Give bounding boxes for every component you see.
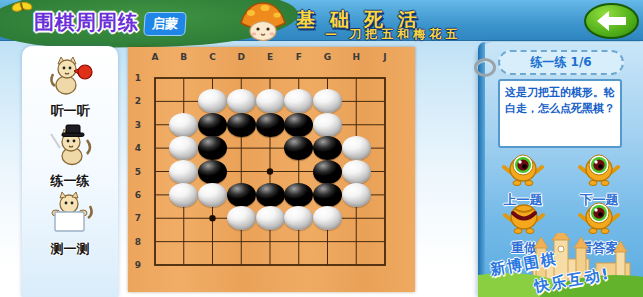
svg-text:9: 9 bbox=[135, 260, 141, 270]
svg-text:4: 4 bbox=[135, 143, 141, 153]
svg-text:J: J bbox=[382, 52, 386, 62]
svg-text:E: E bbox=[267, 52, 273, 62]
black-stone bbox=[198, 136, 227, 160]
svg-text:5: 5 bbox=[135, 167, 141, 177]
sidebar-item-listen[interactable]: 听一听 bbox=[22, 56, 118, 120]
white-stone bbox=[342, 136, 371, 160]
black-stone bbox=[198, 113, 227, 137]
go-board[interactable]: ABCDEFGHJ123456789 bbox=[128, 47, 415, 292]
black-stone bbox=[227, 183, 256, 207]
app-title: 围棋周周练 bbox=[34, 9, 139, 36]
cat-test-icon bbox=[45, 192, 95, 238]
eye-creature-icon bbox=[502, 150, 544, 190]
white-stone bbox=[169, 183, 198, 207]
eye-creature-icon bbox=[578, 198, 620, 238]
sidebar-item-test[interactable]: 测一测 bbox=[22, 192, 118, 258]
wink-creature-icon bbox=[503, 198, 545, 238]
black-stone bbox=[313, 136, 342, 160]
cat-practice-icon bbox=[47, 124, 93, 170]
black-stone bbox=[256, 183, 285, 207]
metal-hook-icon bbox=[474, 58, 496, 77]
white-stone bbox=[169, 113, 198, 137]
svg-text:H: H bbox=[352, 52, 360, 62]
back-button[interactable] bbox=[584, 3, 639, 39]
white-stone bbox=[313, 113, 342, 137]
black-stone bbox=[284, 183, 313, 207]
white-stone bbox=[256, 89, 285, 113]
black-stone bbox=[313, 160, 342, 184]
left-arrow-icon bbox=[595, 9, 629, 33]
black-stone bbox=[198, 160, 227, 184]
white-stone bbox=[342, 160, 371, 184]
white-stone bbox=[227, 89, 256, 113]
mushroom-mascot-icon bbox=[237, 1, 289, 45]
sidebar-item-practice[interactable]: 练一练 bbox=[22, 124, 118, 190]
level-badge: 启蒙 bbox=[143, 12, 187, 36]
practice-panel: 练一练 1/6 这是刀把五的棋形。轮白走，怎么点死黑棋？ 上一题 bbox=[478, 42, 643, 297]
white-stone bbox=[198, 183, 227, 207]
svg-text:1: 1 bbox=[135, 73, 141, 83]
sidebar: 听一听 练一练 bbox=[22, 46, 118, 297]
svg-text:8: 8 bbox=[135, 237, 141, 247]
question-text-box: 这是刀把五的棋形。轮白走，怎么点死黑棋？ bbox=[498, 79, 622, 148]
svg-text:3: 3 bbox=[135, 120, 141, 130]
svg-text:C: C bbox=[209, 52, 216, 62]
sidebar-item-label: 听一听 bbox=[51, 102, 90, 120]
svg-text:6: 6 bbox=[135, 190, 141, 200]
cat-listen-icon bbox=[47, 56, 93, 100]
practice-progress-badge: 练一练 1/6 bbox=[498, 50, 624, 75]
svg-text:7: 7 bbox=[135, 213, 141, 223]
butterfly-icon bbox=[11, 0, 33, 19]
white-stone bbox=[227, 206, 256, 230]
white-stone bbox=[256, 206, 285, 230]
sidebar-item-label: 练一练 bbox=[51, 172, 90, 190]
svg-text:B: B bbox=[180, 52, 187, 62]
white-stone bbox=[342, 183, 371, 207]
lesson-subtitle: — 刀把五和梅花五 bbox=[325, 26, 461, 43]
svg-text:A: A bbox=[152, 52, 159, 62]
black-stone bbox=[227, 113, 256, 137]
black-stone bbox=[256, 113, 285, 137]
svg-text:G: G bbox=[324, 52, 331, 62]
white-stone bbox=[169, 160, 198, 184]
header-bar: 围棋周周练 启蒙 基础死活 — 刀把五和梅花五 bbox=[0, 0, 643, 41]
app-window: 围棋周周练 启蒙 基础死活 — 刀把五和梅花五 bbox=[0, 0, 643, 297]
svg-text:D: D bbox=[238, 52, 245, 62]
black-stone bbox=[284, 113, 313, 137]
svg-text:2: 2 bbox=[135, 96, 141, 106]
svg-text:F: F bbox=[296, 52, 302, 62]
eye-creature-icon bbox=[578, 150, 620, 190]
sidebar-item-label: 测一测 bbox=[51, 240, 90, 258]
black-stone bbox=[313, 183, 342, 207]
